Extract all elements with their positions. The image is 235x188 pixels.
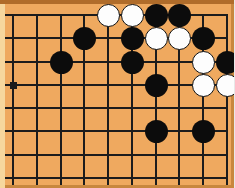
grid-line-vertical — [60, 14, 62, 185]
grid-line-horizontal — [5, 107, 228, 109]
white-stone-c9-r4[interactable] — [192, 74, 215, 97]
grid-line-vertical — [36, 14, 38, 185]
black-stone-c6-r3[interactable] — [121, 51, 144, 74]
black-stone-c7-r1[interactable] — [145, 4, 168, 27]
white-stone-c10-r4[interactable] — [216, 74, 235, 97]
star-point — [10, 82, 17, 89]
go-board[interactable] — [0, 0, 234, 188]
grid-line-vertical — [12, 14, 14, 185]
black-stone-c9-r6[interactable] — [192, 120, 215, 143]
white-stone-c5-r1[interactable] — [97, 4, 120, 27]
white-stone-c6-r1[interactable] — [121, 4, 144, 27]
black-stone-c6-r2[interactable] — [121, 27, 144, 50]
black-stone-c10-r3[interactable] — [216, 51, 235, 74]
black-stone-c7-r6[interactable] — [145, 120, 168, 143]
black-stone-c8-r1[interactable] — [168, 4, 191, 27]
go-board-diagram — [0, 0, 234, 188]
black-stone-c4-r2[interactable] — [73, 27, 96, 50]
grid-line-vertical — [107, 14, 109, 185]
black-stone-c9-r2[interactable] — [192, 27, 215, 50]
white-stone-c7-r2[interactable] — [145, 27, 168, 50]
black-stone-c3-r3[interactable] — [50, 51, 73, 74]
white-stone-c9-r3[interactable] — [192, 51, 215, 74]
white-stone-c8-r2[interactable] — [168, 27, 191, 50]
black-stone-c7-r4[interactable] — [145, 74, 168, 97]
grid-line-vertical — [226, 14, 228, 185]
grid-line-horizontal — [5, 177, 228, 179]
grid-line-horizontal — [5, 154, 228, 156]
